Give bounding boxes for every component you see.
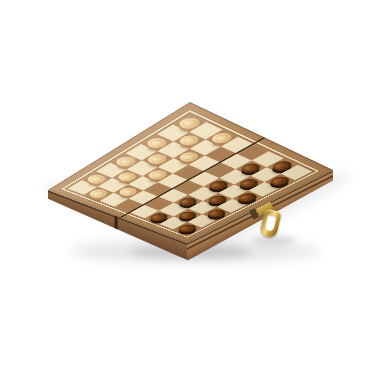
hinge-notch <box>114 215 119 234</box>
clasp-loop-hole <box>264 214 276 232</box>
brass-clasp <box>246 202 296 246</box>
product-photo-checkers-set <box>0 0 372 372</box>
